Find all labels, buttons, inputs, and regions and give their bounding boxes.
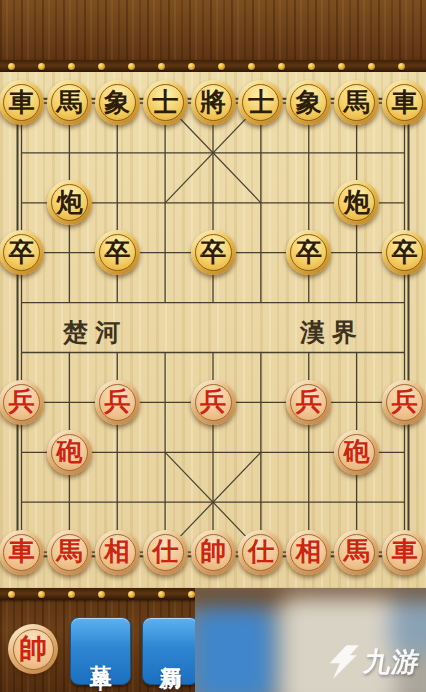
piece-black-file7-rank1[interactable]: 象 — [286, 80, 331, 125]
tray-red-general-piece[interactable]: 帥 — [8, 624, 58, 674]
gold-stud — [98, 591, 105, 598]
piece-character: 馬 — [338, 534, 375, 571]
piece-character: 相 — [99, 534, 136, 571]
piece-character: 炮 — [51, 184, 88, 221]
piece-character: 兵 — [290, 384, 327, 421]
menu-button-label: 菜单 — [86, 647, 116, 655]
top-stud-strip — [0, 60, 426, 72]
piece-red-file5-rank7[interactable]: 兵 — [191, 380, 236, 425]
piece-character: 馬 — [51, 534, 88, 571]
gold-stud — [68, 591, 75, 598]
gold-stud — [308, 63, 315, 70]
piece-character: 兵 — [3, 384, 40, 421]
piece-black-file6-rank1[interactable]: 士 — [238, 80, 283, 125]
gold-stud — [158, 591, 165, 598]
piece-character: 卒 — [195, 234, 232, 271]
piece-red-file3-rank7[interactable]: 兵 — [95, 380, 140, 425]
piece-character: 相 — [290, 534, 327, 571]
piece-red-file7-rank7[interactable]: 兵 — [286, 380, 331, 425]
gold-stud — [368, 63, 375, 70]
piece-black-file9-rank1[interactable]: 車 — [382, 80, 426, 125]
new-game-button-label: 新局 — [156, 647, 186, 655]
piece-black-file4-rank1[interactable]: 士 — [143, 80, 188, 125]
gold-stud — [248, 63, 255, 70]
gold-stud — [158, 63, 165, 70]
gold-stud — [338, 63, 345, 70]
piece-character: 馬 — [51, 84, 88, 121]
piece-red-file8-rank10[interactable]: 馬 — [334, 530, 379, 575]
piece-character: 卒 — [290, 234, 327, 271]
piece-character: 卒 — [3, 234, 40, 271]
piece-red-file5-rank10[interactable]: 帥 — [191, 530, 236, 575]
piece-red-file7-rank10[interactable]: 相 — [286, 530, 331, 575]
piece-red-file4-rank10[interactable]: 仕 — [143, 530, 188, 575]
piece-character: 兵 — [195, 384, 232, 421]
piece-black-file5-rank1[interactable]: 將 — [191, 80, 236, 125]
piece-character: 士 — [147, 84, 184, 121]
piece-black-file7-rank4[interactable]: 卒 — [286, 230, 331, 275]
piece-character: 車 — [3, 534, 40, 571]
gold-stud — [38, 63, 45, 70]
top-wood-frame — [0, 0, 426, 60]
gold-stud — [218, 63, 225, 70]
piece-black-file5-rank4[interactable]: 卒 — [191, 230, 236, 275]
piece-black-file2-rank1[interactable]: 馬 — [47, 80, 92, 125]
gold-stud — [8, 591, 15, 598]
piece-character: 帥 — [195, 534, 232, 571]
piece-red-file1-rank7[interactable]: 兵 — [0, 380, 44, 425]
gold-stud — [128, 63, 135, 70]
piece-character: 砲 — [51, 434, 88, 471]
piece-character: 炮 — [338, 184, 375, 221]
piece-black-file3-rank4[interactable]: 卒 — [95, 230, 140, 275]
jiuyou-logo-icon — [324, 642, 360, 682]
piece-character: 兵 — [99, 384, 136, 421]
piece-character: 卒 — [99, 234, 136, 271]
piece-red-file1-rank10[interactable]: 車 — [0, 530, 44, 575]
gold-stud — [278, 63, 285, 70]
gold-stud — [68, 63, 75, 70]
piece-character: 仕 — [242, 534, 279, 571]
piece-character: 車 — [386, 84, 423, 121]
xiangqi-app-screen: 楚河 漢界 車馬象士將士象馬車炮炮卒卒卒卒卒兵兵兵兵兵砲砲車馬相仕帥仕相馬車 帥… — [0, 0, 426, 692]
piece-black-file3-rank1[interactable]: 象 — [95, 80, 140, 125]
gold-stud — [38, 591, 45, 598]
piece-red-file9-rank10[interactable]: 車 — [382, 530, 426, 575]
piece-character: 兵 — [386, 384, 423, 421]
xiangqi-board[interactable]: 楚河 漢界 車馬象士將士象馬車炮炮卒卒卒卒卒兵兵兵兵兵砲砲車馬相仕帥仕相馬車 — [0, 72, 426, 588]
gold-stud — [188, 63, 195, 70]
piece-grid: 車馬象士將士象馬車炮炮卒卒卒卒卒兵兵兵兵兵砲砲車馬相仕帥仕相馬車 — [0, 78, 426, 577]
piece-character: 象 — [290, 84, 327, 121]
piece-character: 象 — [99, 84, 136, 121]
tray-piece-character: 帥 — [13, 629, 54, 670]
gold-stud — [98, 63, 105, 70]
gold-stud — [188, 591, 195, 598]
piece-black-file9-rank4[interactable]: 卒 — [382, 230, 426, 275]
piece-character: 車 — [3, 84, 40, 121]
new-game-button[interactable]: 新局 — [142, 617, 199, 685]
gold-stud — [398, 63, 405, 70]
piece-black-file1-rank4[interactable]: 卒 — [0, 230, 44, 275]
piece-red-file8-rank8[interactable]: 砲 — [334, 430, 379, 475]
piece-character: 砲 — [338, 434, 375, 471]
gold-stud — [128, 591, 135, 598]
jiuyou-watermark: 九游 — [324, 642, 420, 682]
piece-black-file2-rank3[interactable]: 炮 — [47, 180, 92, 225]
piece-black-file8-rank1[interactable]: 馬 — [334, 80, 379, 125]
watermark-text: 九游 — [361, 644, 422, 680]
menu-button[interactable]: 菜单 — [70, 617, 131, 685]
piece-red-file2-rank8[interactable]: 砲 — [47, 430, 92, 475]
gold-stud — [8, 63, 15, 70]
piece-character: 將 — [195, 84, 232, 121]
piece-black-file1-rank1[interactable]: 車 — [0, 80, 44, 125]
piece-red-file2-rank10[interactable]: 馬 — [47, 530, 92, 575]
piece-character: 仕 — [147, 534, 184, 571]
piece-black-file8-rank3[interactable]: 炮 — [334, 180, 379, 225]
piece-character: 士 — [242, 84, 279, 121]
piece-character: 卒 — [386, 234, 423, 271]
piece-character: 車 — [386, 534, 423, 571]
blurred-ui-area: 九游 — [195, 588, 426, 692]
piece-character: 馬 — [338, 84, 375, 121]
piece-red-file3-rank10[interactable]: 相 — [95, 530, 140, 575]
piece-red-file6-rank10[interactable]: 仕 — [238, 530, 283, 575]
piece-red-file9-rank7[interactable]: 兵 — [382, 380, 426, 425]
